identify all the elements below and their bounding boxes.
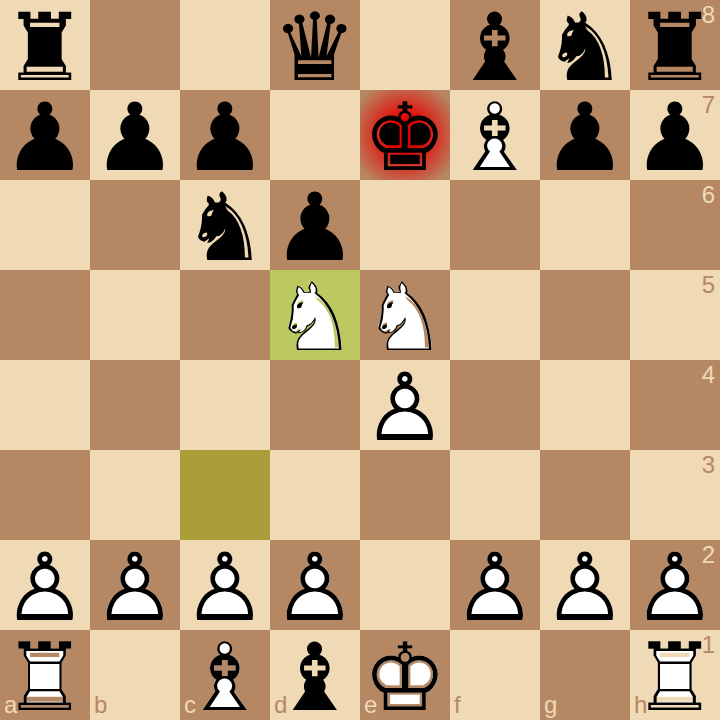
white-bishop-outline: ♗	[180, 633, 270, 720]
square-a1[interactable]: ♜♖a	[0, 630, 90, 720]
white-knight-outline: ♘	[270, 273, 360, 363]
square-h1[interactable]: ♜♖1h	[630, 630, 720, 720]
white-knight-outline: ♘	[360, 273, 450, 363]
square-f4[interactable]	[450, 360, 540, 450]
square-f5[interactable]	[450, 270, 540, 360]
white-pawn[interactable]: ♟♙	[630, 540, 720, 630]
square-a6[interactable]	[0, 180, 90, 270]
white-bishop[interactable]: ♝♗	[180, 630, 270, 720]
square-c5[interactable]	[180, 270, 270, 360]
white-bishop-outline: ♗	[450, 93, 540, 183]
black-pawn-glyph: ♟	[0, 93, 90, 183]
square-e7[interactable]: ♚	[360, 90, 450, 180]
square-e5[interactable]: ♞♘	[360, 270, 450, 360]
square-g1[interactable]: g	[540, 630, 630, 720]
black-king-glyph: ♚	[360, 93, 450, 183]
black-bishop-glyph: ♝	[450, 3, 540, 93]
square-f2[interactable]: ♟♙	[450, 540, 540, 630]
white-pawn-outline: ♙	[270, 543, 360, 633]
square-e4[interactable]: ♟♙	[360, 360, 450, 450]
coordinate-file-f: f	[454, 693, 461, 717]
square-b2[interactable]: ♟♙	[90, 540, 180, 630]
black-pawn[interactable]: ♟	[90, 90, 180, 180]
white-king-outline: ♔	[360, 633, 450, 720]
white-pawn-outline: ♙	[180, 543, 270, 633]
black-pawn-glyph: ♟	[90, 93, 180, 183]
black-pawn[interactable]: ♟	[180, 90, 270, 180]
black-bishop-glyph: ♝	[270, 633, 360, 720]
white-pawn-outline: ♙	[360, 363, 450, 453]
white-king[interactable]: ♚♔	[360, 630, 450, 720]
white-rook-outline: ♖	[0, 633, 90, 720]
square-d1[interactable]: ♝d	[270, 630, 360, 720]
square-b5[interactable]	[90, 270, 180, 360]
square-b3[interactable]	[90, 450, 180, 540]
square-a2[interactable]: ♟♙	[0, 540, 90, 630]
white-pawn[interactable]: ♟♙	[0, 540, 90, 630]
coordinate-file-b: b	[94, 693, 107, 717]
square-c7[interactable]: ♟	[180, 90, 270, 180]
square-e3[interactable]	[360, 450, 450, 540]
square-c6[interactable]: ♞	[180, 180, 270, 270]
square-e2[interactable]	[360, 540, 450, 630]
square-g3[interactable]	[540, 450, 630, 540]
square-g6[interactable]	[540, 180, 630, 270]
black-pawn-glyph: ♟	[540, 93, 630, 183]
black-knight[interactable]: ♞	[180, 180, 270, 270]
white-pawn-outline: ♙	[90, 543, 180, 633]
white-pawn[interactable]: ♟♙	[180, 540, 270, 630]
black-queen[interactable]: ♛	[270, 0, 360, 90]
white-rook[interactable]: ♜♖	[0, 630, 90, 720]
square-d2[interactable]: ♟♙	[270, 540, 360, 630]
square-b7[interactable]: ♟	[90, 90, 180, 180]
square-a4[interactable]	[0, 360, 90, 450]
square-e6[interactable]	[360, 180, 450, 270]
white-rook[interactable]: ♜♖	[630, 630, 720, 720]
square-b8[interactable]	[90, 0, 180, 90]
square-h8[interactable]: ♜8	[630, 0, 720, 90]
square-b4[interactable]	[90, 360, 180, 450]
square-h7[interactable]: ♟7	[630, 90, 720, 180]
white-knight[interactable]: ♞♘	[360, 270, 450, 360]
white-pawn[interactable]: ♟♙	[270, 540, 360, 630]
square-d7[interactable]	[270, 90, 360, 180]
square-c2[interactable]: ♟♙	[180, 540, 270, 630]
coordinate-rank-5: 5	[702, 273, 715, 297]
black-knight-glyph: ♞	[180, 183, 270, 273]
white-pawn[interactable]: ♟♙	[450, 540, 540, 630]
coordinate-rank-4: 4	[702, 363, 715, 387]
black-bishop[interactable]: ♝	[270, 630, 360, 720]
square-c4[interactable]	[180, 360, 270, 450]
square-f7[interactable]: ♝♗	[450, 90, 540, 180]
square-g2[interactable]: ♟♙	[540, 540, 630, 630]
black-rook-glyph: ♜	[0, 3, 90, 93]
white-pawn[interactable]: ♟♙	[90, 540, 180, 630]
coordinate-rank-3: 3	[702, 453, 715, 477]
square-c3[interactable]	[180, 450, 270, 540]
black-rook-glyph: ♜	[630, 3, 720, 93]
square-g4[interactable]	[540, 360, 630, 450]
black-knight-glyph: ♞	[540, 3, 630, 93]
square-d5[interactable]: ♞♘	[270, 270, 360, 360]
square-c1[interactable]: ♝♗c	[180, 630, 270, 720]
black-pawn-glyph: ♟	[630, 93, 720, 183]
white-pawn-outline: ♙	[450, 543, 540, 633]
black-pawn[interactable]: ♟	[0, 90, 90, 180]
square-b1[interactable]: b	[90, 630, 180, 720]
black-pawn-glyph: ♟	[180, 93, 270, 183]
white-rook-outline: ♖	[630, 633, 720, 720]
square-g5[interactable]	[540, 270, 630, 360]
square-h4[interactable]: 4	[630, 360, 720, 450]
square-d4[interactable]	[270, 360, 360, 450]
square-a3[interactable]	[0, 450, 90, 540]
coordinate-file-g: g	[544, 693, 557, 717]
square-d8[interactable]: ♛	[270, 0, 360, 90]
square-f6[interactable]	[450, 180, 540, 270]
white-pawn[interactable]: ♟♙	[360, 360, 450, 450]
white-pawn-outline: ♙	[0, 543, 90, 633]
white-pawn-outline: ♙	[630, 543, 720, 633]
square-e1[interactable]: ♚♔e	[360, 630, 450, 720]
black-rook[interactable]: ♜	[0, 0, 90, 90]
square-a8[interactable]: ♜	[0, 0, 90, 90]
square-h2[interactable]: ♟♙2	[630, 540, 720, 630]
black-pawn[interactable]: ♟	[270, 180, 360, 270]
black-bishop[interactable]: ♝	[450, 0, 540, 90]
black-rook[interactable]: ♜	[630, 0, 720, 90]
white-pawn-outline: ♙	[540, 543, 630, 633]
square-h5[interactable]: 5	[630, 270, 720, 360]
chess-board: ♜♛♝♞♜8♟♟♟♚♝♗♟♟7♞♟6♞♘♞♘5♟♙43♟♙♟♙♟♙♟♙♟♙♟♙♟…	[0, 0, 720, 720]
square-f8[interactable]: ♝	[450, 0, 540, 90]
square-e8[interactable]	[360, 0, 450, 90]
black-pawn[interactable]: ♟	[630, 90, 720, 180]
square-g8[interactable]: ♞	[540, 0, 630, 90]
black-knight[interactable]: ♞	[540, 0, 630, 90]
square-f1[interactable]: f	[450, 630, 540, 720]
square-h3[interactable]: 3	[630, 450, 720, 540]
black-pawn[interactable]: ♟	[540, 90, 630, 180]
square-a7[interactable]: ♟	[0, 90, 90, 180]
black-king[interactable]: ♚	[360, 90, 450, 180]
square-d3[interactable]	[270, 450, 360, 540]
square-d6[interactable]: ♟	[270, 180, 360, 270]
square-c8[interactable]	[180, 0, 270, 90]
black-queen-glyph: ♛	[270, 3, 360, 93]
white-knight[interactable]: ♞♘	[270, 270, 360, 360]
square-b6[interactable]	[90, 180, 180, 270]
square-g7[interactable]: ♟	[540, 90, 630, 180]
square-h6[interactable]: 6	[630, 180, 720, 270]
white-pawn[interactable]: ♟♙	[540, 540, 630, 630]
square-f3[interactable]	[450, 450, 540, 540]
white-bishop[interactable]: ♝♗	[450, 90, 540, 180]
square-a5[interactable]	[0, 270, 90, 360]
black-pawn-glyph: ♟	[270, 183, 360, 273]
